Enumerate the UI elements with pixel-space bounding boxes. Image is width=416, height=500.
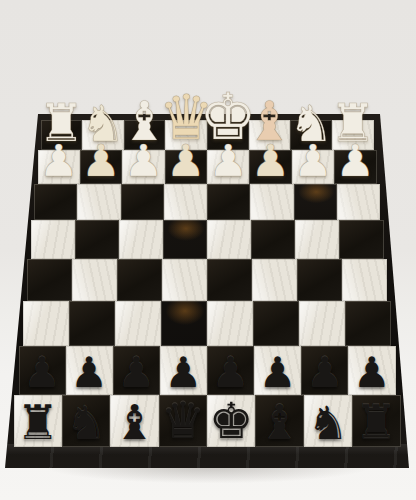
square: ♞ [290,120,332,150]
black-rook: ♜ [355,398,398,446]
square: ♟ [207,346,254,395]
square: ♟ [348,346,395,395]
square: ♟ [113,346,160,395]
black-queen: ♛ [160,396,205,446]
square [207,184,250,220]
square: ♟ [165,150,207,184]
square: ♚ [207,395,255,447]
chess-set-photo: ♜♞♝♛♚♝♞♜♟♟♟♟♟♟♟♟♟♟♟♟♟♟♟♟♜♞♝♛♚♝♞♜ [0,0,416,500]
square [162,259,207,301]
square: ♜ [41,120,83,150]
white-rook: ♜ [329,97,376,149]
square [72,259,117,301]
square: ♟ [66,346,113,395]
black-king: ♚ [209,396,254,446]
square [342,259,387,301]
white-rook: ♜ [38,97,85,149]
square [75,220,119,259]
square [252,259,297,301]
square: ♝ [249,120,291,150]
black-knight: ♞ [65,400,106,446]
square [31,220,75,259]
square: ♞ [82,120,124,150]
board-row [23,301,391,346]
chess-board: ♜♞♝♛♚♝♞♜♟♟♟♟♟♟♟♟♟♟♟♟♟♟♟♟♜♞♝♛♚♝♞♜ [5,120,409,447]
square [121,184,164,220]
square [207,301,253,346]
white-bishop: ♝ [245,95,293,149]
square: ♚ [207,120,249,150]
square: ♟ [301,346,348,395]
black-pawn: ♟ [165,352,203,394]
white-knight: ♞ [289,99,334,149]
black-pawn: ♟ [23,352,61,394]
square [207,220,251,259]
square [250,184,293,220]
board-row [34,184,380,220]
black-pawn: ♟ [259,352,297,394]
square: ♝ [124,120,166,150]
white-bishop: ♝ [120,95,168,149]
square [34,184,77,220]
square [115,301,161,346]
black-pawn: ♟ [70,352,108,394]
black-pawn: ♟ [117,352,155,394]
black-rook: ♜ [16,398,59,446]
board-row [27,259,387,301]
square [27,259,72,301]
square: ♟ [80,150,122,184]
square [23,301,69,346]
board-row: ♟♟♟♟♟♟♟♟ [38,150,377,184]
square: ♜ [14,395,62,447]
board-row: ♟♟♟♟♟♟♟♟ [19,346,396,395]
square [299,301,345,346]
square [119,220,163,259]
square: ♝ [255,395,303,447]
square: ♟ [254,346,301,395]
square: ♞ [62,395,110,447]
square: ♜ [352,395,400,447]
square [163,220,207,259]
square: ♞ [304,395,352,447]
square [251,220,295,259]
square [297,259,342,301]
black-pawn: ♟ [306,352,344,394]
square [77,184,120,220]
square: ♟ [38,150,80,184]
square: ♛ [159,395,207,447]
square [164,184,207,220]
square [337,184,380,220]
square [339,220,383,259]
board-row: ♜♞♝♛♚♝♞♜ [41,120,374,150]
board-row: ♜♞♝♛♚♝♞♜ [14,395,401,447]
black-knight: ♞ [307,400,348,446]
square: ♟ [334,150,376,184]
square: ♟ [160,346,207,395]
square [345,301,391,346]
square [207,259,252,301]
black-pawn: ♟ [212,352,250,394]
board-row [31,220,384,259]
black-bishop: ♝ [113,398,156,446]
square: ♟ [122,150,164,184]
square [161,301,207,346]
square: ♟ [249,150,291,184]
square [295,220,339,259]
square: ♜ [332,120,374,150]
square: ♟ [19,346,66,395]
square: ♛ [165,120,207,150]
square [69,301,115,346]
square: ♟ [207,150,249,184]
square [294,184,337,220]
square: ♟ [292,150,334,184]
square: ♝ [110,395,158,447]
white-knight: ♞ [81,99,126,149]
black-bishop: ♝ [258,398,301,446]
black-pawn: ♟ [353,352,391,394]
square [117,259,162,301]
square [253,301,299,346]
